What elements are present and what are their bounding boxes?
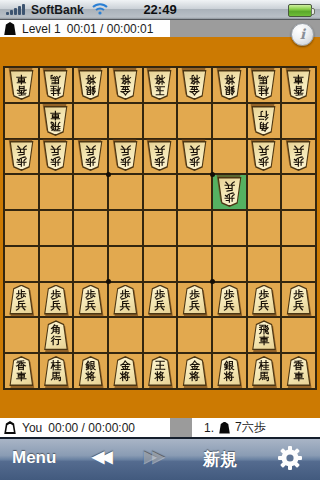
new-game-button[interactable]: 新規 [203,448,237,471]
board-cell-9-7[interactable]: 歩兵 [282,140,315,174]
board-cell-1-2[interactable] [5,318,38,352]
gote-piece-icon [4,421,16,434]
move-number: 1. [204,421,214,435]
board-cell-3-9[interactable]: 銀将 [74,68,107,102]
piece-歩兵-gote: 歩兵 [42,285,69,315]
piece-桂馬-sente: 桂馬 [250,70,277,100]
hoshi-dot [210,172,215,177]
piece-桂馬-sente: 桂馬 [42,70,69,100]
piece-金将-gote: 金将 [112,356,139,386]
piece-角行-sente: 角行 [250,106,277,136]
opponent-clock: 00:01 / 00:00:01 [67,22,154,36]
board-cell-7-4[interactable] [213,247,246,281]
board-cell-8-4[interactable] [248,247,281,281]
piece-歩兵-sente: 歩兵 [181,141,208,171]
piece-歩兵-gote: 歩兵 [216,285,243,315]
board-cell-6-5[interactable] [178,211,211,245]
gear-icon [277,445,303,471]
piece-香車-sente: 香車 [8,70,35,100]
board-cell-4-5[interactable] [109,211,142,245]
board-cell-1-1[interactable]: 香車 [5,354,38,388]
board-cell-1-4[interactable] [5,247,38,281]
board-cell-9-1[interactable]: 香車 [282,354,315,388]
move-list-entry: 1. 7六歩 [204,418,266,437]
board-cell-6-8[interactable] [178,104,211,138]
piece-歩兵-sente: 歩兵 [250,141,277,171]
board-cell-5-7[interactable]: 歩兵 [144,140,177,174]
board-cell-4-6[interactable] [109,175,142,209]
board-cell-6-9[interactable]: 金将 [178,68,211,102]
toolbar: Menu ◀◀ ▶▶ 新規 [0,437,320,480]
piece-歩兵-gote: 歩兵 [112,285,139,315]
piece-歩兵-sente: 歩兵 [285,141,312,171]
board-cell-3-2[interactable] [74,318,107,352]
board-cell-2-6[interactable] [40,175,73,209]
board-cell-4-9[interactable]: 金将 [109,68,142,102]
settings-gear-button[interactable] [276,445,304,473]
piece-角行-gote: 角行 [42,320,69,350]
piece-歩兵-sente: 歩兵 [112,141,139,171]
piece-歩兵-gote: 歩兵 [181,285,208,315]
board-cell-5-4[interactable] [144,247,177,281]
hoshi-dot [106,279,111,284]
board-cell-8-1[interactable]: 桂馬 [248,354,281,388]
board-cell-7-1[interactable]: 銀将 [213,354,246,388]
piece-歩兵-gote: 歩兵 [285,285,312,315]
player-info-box: You 00:00 / 00:00:00 [0,418,135,437]
board-cell-8-6[interactable] [248,175,281,209]
board-cell-1-3[interactable]: 歩兵 [5,283,38,317]
board-cell-8-8[interactable]: 角行 [248,104,281,138]
board-cell-5-8[interactable] [144,104,177,138]
opponent-name: Level 1 [22,22,61,36]
piece-歩兵-gote: 歩兵 [77,285,104,315]
piece-飛車-sente: 飛車 [42,106,69,136]
move-text: 7六歩 [235,419,266,436]
board-cell-7-6[interactable]: 歩兵 [213,175,246,209]
board-cell-4-2[interactable] [109,318,142,352]
piece-香車-sente: 香車 [285,70,312,100]
piece-歩兵-sente: 歩兵 [146,141,173,171]
board-cell-5-5[interactable] [144,211,177,245]
board-cell-7-9[interactable]: 銀将 [213,68,246,102]
hoshi-dot [210,279,215,284]
piece-飛車-gote: 飛車 [250,320,277,350]
forward-button[interactable]: ▶▶ [144,447,161,466]
board-cell-5-6[interactable] [144,175,177,209]
board-cell-5-1[interactable]: 王将 [144,354,177,388]
board-cell-8-5[interactable] [248,211,281,245]
piece-香車-gote: 香車 [285,356,312,386]
piece-歩兵-sente: 歩兵 [216,177,243,207]
board-cell-1-7[interactable]: 歩兵 [5,140,38,174]
board-cell-8-9[interactable]: 桂馬 [248,68,281,102]
piece-歩兵-sente: 歩兵 [42,141,69,171]
piece-桂馬-gote: 桂馬 [42,356,69,386]
board-cell-1-9[interactable]: 香車 [5,68,38,102]
board-cell-1-6[interactable] [5,175,38,209]
opponent-info-box: Level 1 00:01 / 00:00:01 [0,20,170,37]
board-cell-5-9[interactable]: 玉将 [144,68,177,102]
move-list-divider [170,418,192,437]
rewind-button[interactable]: ◀◀ [92,447,109,466]
board-cell-6-6[interactable] [178,175,211,209]
board-cell-2-5[interactable] [40,211,73,245]
status-time: 22:49 [0,2,320,17]
battery-icon [288,4,312,17]
player-clock: 00:00 / 00:00:00 [48,421,135,435]
board-cell-2-8[interactable]: 飛車 [40,104,73,138]
board-cell-5-2[interactable] [144,318,177,352]
opponent-bar: Level 1 00:01 / 00:00:01 [0,20,320,37]
board-cell-4-3[interactable]: 歩兵 [109,283,142,317]
board-cell-3-5[interactable] [74,211,107,245]
info-button[interactable]: i [291,23,314,46]
board-cell-6-3[interactable]: 歩兵 [178,283,211,317]
board-cell-5-3[interactable]: 歩兵 [144,283,177,317]
board-cell-6-2[interactable] [178,318,211,352]
piece-桂馬-gote: 桂馬 [250,356,277,386]
board-cell-7-5[interactable] [213,211,246,245]
board-cell-7-7[interactable] [213,140,246,174]
app-screen: SoftBank 22:49 Level 1 00:01 / 00:00:01 … [0,0,320,480]
board-cell-3-6[interactable] [74,175,107,209]
board-cell-4-7[interactable]: 歩兵 [109,140,142,174]
board-cell-4-1[interactable]: 金将 [109,354,142,388]
board-cell-7-3[interactable]: 歩兵 [213,283,246,317]
sente-move-icon [219,422,230,434]
board-cell-8-3[interactable]: 歩兵 [248,283,281,317]
board-cell-3-8[interactable] [74,104,107,138]
board-frame: 香車桂馬銀将金将玉将金将銀将桂馬香車飛車角行歩兵歩兵歩兵歩兵歩兵歩兵歩兵歩兵歩兵… [0,37,320,418]
board-cell-7-2[interactable] [213,318,246,352]
piece-玉将-sente: 玉将 [146,70,173,100]
board-cell-9-6[interactable] [282,175,315,209]
board-cell-4-8[interactable] [109,104,142,138]
piece-香車-gote: 香車 [8,356,35,386]
piece-金将-sente: 金将 [112,70,139,100]
player-bar: You 00:00 / 00:00:00 1. 7六歩 [0,418,320,437]
menu-button[interactable]: Menu [12,448,56,468]
piece-金将-sente: 金将 [181,70,208,100]
piece-金将-gote: 金将 [181,356,208,386]
board-cell-6-4[interactable] [178,247,211,281]
board-cell-8-7[interactable]: 歩兵 [248,140,281,174]
board-cell-7-8[interactable] [213,104,246,138]
board-cell-3-7[interactable]: 歩兵 [74,140,107,174]
board-cell-9-3[interactable]: 歩兵 [282,283,315,317]
board-cell-9-8[interactable] [282,104,315,138]
player-name: You [22,421,42,435]
board-cell-2-9[interactable]: 桂馬 [40,68,73,102]
board-cell-9-5[interactable] [282,211,315,245]
board-cell-2-3[interactable]: 歩兵 [40,283,73,317]
board-cell-3-1[interactable]: 銀将 [74,354,107,388]
board-cell-8-2[interactable]: 飛車 [248,318,281,352]
board-cell-1-5[interactable] [5,211,38,245]
hoshi-dot [106,172,111,177]
piece-銀将-sente: 銀将 [77,70,104,100]
piece-銀将-gote: 銀将 [77,356,104,386]
board-cell-4-4[interactable] [109,247,142,281]
piece-銀将-gote: 銀将 [216,356,243,386]
sente-piece-icon [4,22,16,35]
board-cell-2-7[interactable]: 歩兵 [40,140,73,174]
board-cell-3-4[interactable] [74,247,107,281]
piece-銀将-sente: 銀将 [216,70,243,100]
board-cell-9-9[interactable]: 香車 [282,68,315,102]
board-cell-2-1[interactable]: 桂馬 [40,354,73,388]
status-bar: SoftBank 22:49 [0,0,320,20]
board-cell-2-2[interactable]: 角行 [40,318,73,352]
shogi-board: 香車桂馬銀将金将玉将金将銀将桂馬香車飛車角行歩兵歩兵歩兵歩兵歩兵歩兵歩兵歩兵歩兵… [3,66,317,390]
board-cell-6-1[interactable]: 金将 [178,354,211,388]
board-cell-9-4[interactable] [282,247,315,281]
piece-王将-gote: 王将 [146,356,173,386]
board-cell-1-8[interactable] [5,104,38,138]
piece-歩兵-sente: 歩兵 [77,141,104,171]
board-cell-3-3[interactable]: 歩兵 [74,283,107,317]
piece-歩兵-sente: 歩兵 [8,141,35,171]
piece-歩兵-gote: 歩兵 [146,285,173,315]
board-cell-9-2[interactable] [282,318,315,352]
piece-歩兵-gote: 歩兵 [250,285,277,315]
piece-歩兵-gote: 歩兵 [8,285,35,315]
board-cell-6-7[interactable]: 歩兵 [178,140,211,174]
board-cell-2-4[interactable] [40,247,73,281]
